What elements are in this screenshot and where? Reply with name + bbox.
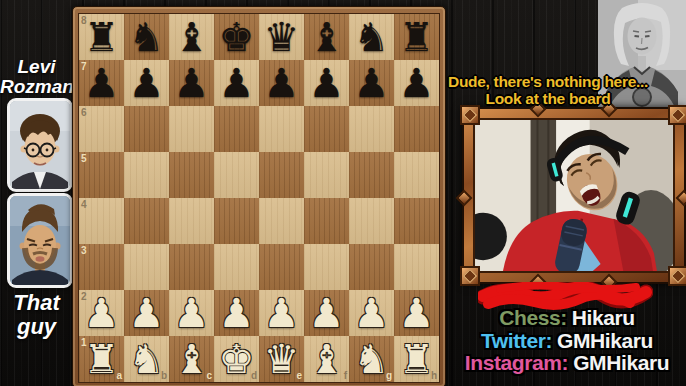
- rank-label-5: 5: [81, 154, 87, 164]
- piece-wP-c2: ♟: [169, 290, 214, 336]
- square-g6[interactable]: [349, 106, 394, 152]
- social-chess: Chess:Hikaru: [448, 307, 686, 330]
- square-h2[interactable]: ♟: [394, 290, 439, 336]
- square-d6[interactable]: [214, 106, 259, 152]
- square-c6[interactable]: [169, 106, 214, 152]
- piece-bP-f7: ♟: [304, 60, 349, 106]
- piece-wP-d2: ♟: [214, 290, 259, 336]
- caption-that-guy-line1: That: [0, 291, 73, 315]
- square-h4[interactable]: [394, 198, 439, 244]
- social-chess-label: Chess:: [499, 306, 567, 329]
- piece-bP-g7: ♟: [349, 60, 394, 106]
- social-handles: Chess:Hikaru Twitter:GMHikaru Instagram:…: [448, 307, 686, 375]
- frame-corner-ornament: [460, 266, 480, 286]
- rank-label-7: 7: [81, 62, 87, 72]
- social-twitter-value: GMHikaru: [557, 329, 653, 352]
- caption-that-guy: That guy: [0, 291, 73, 339]
- piece-bN-b8: ♞: [124, 14, 169, 60]
- piece-bB-c8: ♝: [169, 14, 214, 60]
- square-b1[interactable]: b♞: [124, 336, 169, 382]
- rank-label-8: 8: [81, 16, 87, 26]
- piece-wP-f2: ♟: [304, 290, 349, 336]
- square-e4[interactable]: [259, 198, 304, 244]
- square-g7[interactable]: ♟: [349, 60, 394, 106]
- social-chess-value: Hikaru: [572, 306, 635, 329]
- square-d7[interactable]: ♟: [214, 60, 259, 106]
- square-a7[interactable]: 7♟: [79, 60, 124, 106]
- piece-bB-f8: ♝: [304, 14, 349, 60]
- hikaru-webcam: [462, 107, 686, 284]
- square-d1[interactable]: d♚: [214, 336, 259, 382]
- piece-bP-c7: ♟: [169, 60, 214, 106]
- square-a1[interactable]: 1a♜: [79, 336, 124, 382]
- square-a6[interactable]: 6: [79, 106, 124, 152]
- square-d2[interactable]: ♟: [214, 290, 259, 336]
- square-b6[interactable]: [124, 106, 169, 152]
- square-g5[interactable]: [349, 152, 394, 198]
- magnus-photo: [7, 193, 73, 288]
- caption-levi-line1: Levi: [0, 57, 73, 77]
- square-d8[interactable]: ♚: [214, 14, 259, 60]
- square-b8[interactable]: ♞: [124, 14, 169, 60]
- social-instagram-label: Instagram:: [465, 351, 568, 374]
- social-twitter: Twitter:GMHikaru: [448, 330, 686, 353]
- square-a3[interactable]: 3: [79, 244, 124, 290]
- square-c4[interactable]: [169, 198, 214, 244]
- square-a4[interactable]: 4: [79, 198, 124, 244]
- square-e2[interactable]: ♟: [259, 290, 304, 336]
- square-h8[interactable]: ♜: [394, 14, 439, 60]
- square-f1[interactable]: f♝: [304, 336, 349, 382]
- file-label-e: e: [296, 371, 302, 381]
- square-f2[interactable]: ♟: [304, 290, 349, 336]
- harry-potter-style-portrait: [10, 101, 70, 189]
- piece-bN-g8: ♞: [349, 14, 394, 60]
- square-d4[interactable]: [214, 198, 259, 244]
- square-a5[interactable]: 5: [79, 152, 124, 198]
- square-f3[interactable]: [304, 244, 349, 290]
- square-e3[interactable]: [259, 244, 304, 290]
- square-b4[interactable]: [124, 198, 169, 244]
- piece-bP-e7: ♟: [259, 60, 304, 106]
- file-label-b: b: [161, 371, 167, 381]
- square-h5[interactable]: [394, 152, 439, 198]
- piece-wP-b2: ♟: [124, 290, 169, 336]
- square-c7[interactable]: ♟: [169, 60, 214, 106]
- magnus-grimace-portrait: [10, 196, 70, 285]
- hikaru-laughing-webcam: [475, 120, 673, 271]
- file-label-a: a: [116, 371, 122, 381]
- file-label-g: g: [386, 371, 392, 381]
- file-label-f: f: [344, 371, 347, 381]
- square-h3[interactable]: [394, 244, 439, 290]
- square-g2[interactable]: ♟: [349, 290, 394, 336]
- file-label-d: d: [251, 371, 257, 381]
- square-f5[interactable]: [304, 152, 349, 198]
- frame-edge-ornament: [676, 190, 686, 207]
- square-a2[interactable]: 2♟: [79, 290, 124, 336]
- square-e5[interactable]: [259, 152, 304, 198]
- square-h6[interactable]: [394, 106, 439, 152]
- piece-wP-e2: ♟: [259, 290, 304, 336]
- rank-label-2: 2: [81, 292, 87, 302]
- piece-wB-f1: ♝: [304, 336, 349, 382]
- hikaru-webcam-photo: [473, 118, 675, 273]
- file-label-c: c: [206, 371, 212, 381]
- piece-bR-h8: ♜: [394, 14, 439, 60]
- rank-label-6: 6: [81, 108, 87, 118]
- chess-board: 8♜♞♝♚♛♝♞♜7♟♟♟♟♟♟♟♟65432♟♟♟♟♟♟♟♟1a♜b♞c♝d♚…: [72, 6, 446, 386]
- square-c3[interactable]: [169, 244, 214, 290]
- square-b7[interactable]: ♟: [124, 60, 169, 106]
- frame-corner-ornament: [668, 105, 686, 125]
- piece-bK-d8: ♚: [214, 14, 259, 60]
- caption-that-guy-line2: guy: [0, 315, 73, 339]
- square-c8[interactable]: ♝: [169, 14, 214, 60]
- square-g3[interactable]: [349, 244, 394, 290]
- square-c2[interactable]: ♟: [169, 290, 214, 336]
- square-b3[interactable]: [124, 244, 169, 290]
- caption-levi-line2: Rozman: [0, 77, 73, 97]
- square-e1[interactable]: e♛: [259, 336, 304, 382]
- board-squares: 8♜♞♝♚♛♝♞♜7♟♟♟♟♟♟♟♟65432♟♟♟♟♟♟♟♟1a♜b♞c♝d♚…: [79, 14, 439, 382]
- square-c1[interactable]: c♝: [169, 336, 214, 382]
- piece-bP-d7: ♟: [214, 60, 259, 106]
- frame-corner-ornament: [668, 266, 686, 286]
- square-f6[interactable]: [304, 106, 349, 152]
- speech-line-2: Look at the board: [420, 90, 676, 107]
- square-d5[interactable]: [214, 152, 259, 198]
- file-label-h: h: [431, 371, 437, 381]
- speech-line-1: Dude, there's nothing here...: [420, 73, 676, 90]
- square-c5[interactable]: [169, 152, 214, 198]
- square-g8[interactable]: ♞: [349, 14, 394, 60]
- levi-rozman-photo: [7, 98, 73, 192]
- piece-bP-b7: ♟: [124, 60, 169, 106]
- caption-levi-rozman: Levi Rozman: [0, 57, 73, 97]
- frame-corner-ornament: [460, 105, 480, 125]
- piece-bQ-e8: ♛: [259, 14, 304, 60]
- speech-text: Dude, there's nothing here... Look at th…: [420, 73, 676, 107]
- social-instagram: Instagram:GMHikaru: [448, 352, 686, 375]
- square-d3[interactable]: [214, 244, 259, 290]
- square-f4[interactable]: [304, 198, 349, 244]
- square-a8[interactable]: 8♜: [79, 14, 124, 60]
- square-b5[interactable]: [124, 152, 169, 198]
- square-b2[interactable]: ♟: [124, 290, 169, 336]
- square-f8[interactable]: ♝: [304, 14, 349, 60]
- social-twitter-label: Twitter:: [481, 329, 552, 352]
- thumbnail-stage: Levi Rozman: [0, 0, 686, 386]
- square-e6[interactable]: [259, 106, 304, 152]
- rank-label-3: 3: [81, 246, 87, 256]
- square-g4[interactable]: [349, 198, 394, 244]
- square-e7[interactable]: ♟: [259, 60, 304, 106]
- piece-wP-g2: ♟: [349, 290, 394, 336]
- rank-label-1: 1: [81, 338, 87, 348]
- square-e8[interactable]: ♛: [259, 14, 304, 60]
- social-instagram-value: GMHikaru: [573, 351, 669, 374]
- frame-edge-ornament: [456, 190, 473, 207]
- square-f7[interactable]: ♟: [304, 60, 349, 106]
- square-g1[interactable]: g♞: [349, 336, 394, 382]
- square-h1[interactable]: h♜: [394, 336, 439, 382]
- piece-wP-h2: ♟: [394, 290, 439, 336]
- rank-label-4: 4: [81, 200, 87, 210]
